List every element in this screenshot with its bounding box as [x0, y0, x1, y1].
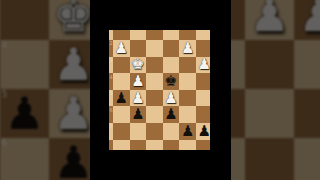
piece-white-pawn-f4: ♟	[131, 74, 144, 89]
square-g7	[113, 123, 130, 140]
square-d3	[163, 57, 180, 74]
square-c5	[179, 90, 196, 107]
piece-black-pawn-g5: ♟	[4, 91, 44, 136]
piece-black-pawn-b7: ♟	[198, 124, 210, 139]
square-c8	[179, 140, 196, 150]
square-c2: ♟	[179, 40, 196, 57]
square-d8	[163, 140, 180, 150]
square-c3	[179, 57, 196, 74]
piece-black-pawn-f6: ♟	[53, 140, 93, 180]
square-d7	[163, 123, 180, 140]
main-rank-label-2: 2	[110, 40, 113, 46]
square-a5	[294, 89, 320, 138]
piece-white-pawn-f5: ♟	[131, 91, 144, 106]
piece-white-pawn-f5: ♟	[53, 91, 93, 136]
piece-black-pawn-c7: ♟	[181, 124, 194, 139]
square-b6	[245, 138, 294, 180]
square-g8	[113, 140, 130, 150]
main-rank-label-5: 5	[110, 90, 113, 96]
square-b4	[196, 73, 210, 90]
main-chessboard: ♟♟♚♟♟♟♚♟♟♟♟♟♟♟	[109, 30, 210, 150]
main-rank-label-6: 6	[110, 107, 113, 113]
piece-black-pawn-f6: ♟	[131, 107, 144, 122]
square-f3: ♚	[130, 57, 147, 74]
square-e1	[146, 30, 163, 40]
square-f2	[130, 40, 147, 57]
bg-rank-label-5: 5	[2, 90, 7, 99]
square-b1	[196, 30, 210, 40]
square-a6	[294, 138, 320, 180]
square-f7	[130, 123, 147, 140]
piece-white-pawn-g2: ♟	[115, 41, 128, 56]
square-d2	[163, 40, 180, 57]
square-d5: ♟	[163, 90, 180, 107]
piece-black-king-d4: ♚	[164, 74, 177, 89]
bg-rank-label-6: 6	[2, 139, 7, 148]
square-b7: ♟	[196, 123, 210, 140]
bg-rank-label-4: 4	[2, 41, 7, 50]
square-f8	[130, 140, 147, 150]
square-g3	[0, 0, 49, 40]
square-d6: ♟	[163, 106, 180, 123]
piece-white-pawn-b3: ♟	[198, 57, 210, 72]
square-a4	[294, 40, 320, 89]
square-e6	[146, 106, 163, 123]
square-e7	[146, 123, 163, 140]
square-g6	[113, 106, 130, 123]
main-rank-label-4: 4	[110, 74, 113, 80]
square-f1	[130, 30, 147, 40]
piece-white-pawn-b3: ♟	[249, 0, 289, 38]
square-e5	[146, 90, 163, 107]
video-frame: ♟♟♚♟♟♟♚♟♟♟♟♟♟♟ 456 ♟♟♚♟♟♟♚♟♟♟♟♟♟♟ 234567	[0, 0, 320, 180]
main-chessboard-crop: ♟♟♚♟♟♟♚♟♟♟♟♟♟♟ 234567	[109, 30, 210, 150]
square-b2	[196, 40, 210, 57]
square-c6	[179, 106, 196, 123]
square-c4	[179, 73, 196, 90]
square-f4: ♟	[130, 73, 147, 90]
piece-white-pawn-a3: ♟	[298, 0, 320, 38]
piece-white-pawn-c2: ♟	[181, 41, 194, 56]
square-b3: ♟	[196, 57, 210, 74]
main-rank-label-3: 3	[110, 57, 113, 63]
square-b3: ♟	[245, 0, 294, 40]
square-g3	[113, 57, 130, 74]
square-e8	[146, 140, 163, 150]
piece-white-pawn-d5: ♟	[164, 91, 177, 106]
square-g2: ♟	[113, 40, 130, 57]
square-c7: ♟	[179, 123, 196, 140]
square-b5	[245, 89, 294, 138]
square-d4: ♚	[163, 73, 180, 90]
square-e3	[146, 57, 163, 74]
square-b6	[196, 106, 210, 123]
square-b8	[196, 140, 210, 150]
square-f5: ♟	[130, 90, 147, 107]
piece-white-king-f3: ♚	[131, 57, 144, 72]
piece-black-pawn-d6: ♟	[164, 107, 177, 122]
square-e4	[146, 73, 163, 90]
square-g4	[0, 40, 49, 89]
square-g5: ♟	[113, 90, 130, 107]
piece-black-pawn-g5: ♟	[115, 91, 128, 106]
square-g4	[113, 73, 130, 90]
square-g6	[0, 138, 49, 180]
square-d1	[163, 30, 180, 40]
square-b4	[245, 40, 294, 89]
square-b5	[196, 90, 210, 107]
square-f6: ♟	[130, 106, 147, 123]
square-e2	[146, 40, 163, 57]
square-g5: ♟	[0, 89, 49, 138]
main-rank-label-7: 7	[110, 123, 113, 129]
piece-white-pawn-f4: ♟	[53, 42, 93, 87]
square-a3: ♟	[294, 0, 320, 40]
piece-white-king-f3: ♚	[53, 0, 93, 38]
